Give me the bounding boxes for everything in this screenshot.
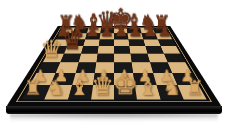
- black-queen-b5[interactable]: ♛: [61, 28, 84, 53]
- white-queen-d1[interactable]: ♛: [91, 73, 114, 99]
- chess-set-photo: ♜♞♝♛♚♝♞♜♟♟♟♟♟♟♟♟♛♛♟♟♟♟♟♟♟♟♜♞♝♛♚♝♞♜: [0, 0, 228, 128]
- square-c4[interactable]: [78, 54, 97, 63]
- square-d7[interactable]: ♟: [99, 33, 114, 39]
- square-b5[interactable]: ♛: [64, 46, 83, 54]
- square-c7[interactable]: ♟: [85, 33, 100, 39]
- square-e6[interactable]: [114, 39, 129, 46]
- square-c1[interactable]: ♝: [68, 85, 93, 100]
- black-pawn-d7[interactable]: ♟: [100, 23, 114, 39]
- white-rook-a1[interactable]: ♜: [24, 79, 42, 99]
- square-d1[interactable]: ♛: [91, 85, 114, 100]
- square-e5[interactable]: [114, 46, 131, 54]
- black-pawn-c7[interactable]: ♟: [85, 23, 99, 39]
- square-d4[interactable]: [96, 54, 114, 63]
- square-f1[interactable]: ♝: [135, 85, 160, 100]
- square-a4[interactable]: ♛: [43, 54, 65, 63]
- white-bishop-f1[interactable]: ♝: [139, 77, 159, 99]
- square-f7[interactable]: ♟: [128, 33, 143, 39]
- square-h6[interactable]: [158, 39, 176, 46]
- square-h7[interactable]: ♟: [155, 33, 172, 39]
- square-e4[interactable]: [114, 54, 132, 63]
- square-h5[interactable]: [160, 46, 180, 54]
- square-d6[interactable]: [99, 39, 114, 46]
- black-pawn-g7[interactable]: ♟: [143, 23, 157, 39]
- square-g1[interactable]: ♞: [156, 85, 183, 100]
- square-c6[interactable]: [83, 39, 99, 46]
- black-pawn-h7[interactable]: ♟: [158, 23, 172, 39]
- board-reflection: [10, 114, 218, 122]
- white-rook-h1[interactable]: ♜: [186, 79, 204, 99]
- white-queen-a4[interactable]: ♛: [40, 37, 63, 62]
- white-knight-g1[interactable]: ♞: [162, 78, 181, 99]
- white-bishop-c1[interactable]: ♝: [70, 77, 90, 99]
- square-e1[interactable]: ♚: [114, 85, 137, 100]
- chess-board: ♜♞♝♛♚♝♞♜♟♟♟♟♟♟♟♟♛♛♟♟♟♟♟♟♟♟♜♞♝♛♚♝♞♜: [17, 28, 210, 102]
- square-h4[interactable]: [164, 54, 186, 63]
- board-front-edge: [6, 106, 222, 114]
- board-frame: ♜♞♝♛♚♝♞♜♟♟♟♟♟♟♟♟♛♛♟♟♟♟♟♟♟♟♜♞♝♛♚♝♞♜: [6, 26, 222, 107]
- square-e7[interactable]: ♟: [114, 33, 129, 39]
- black-pawn-e7[interactable]: ♟: [114, 23, 128, 39]
- square-d5[interactable]: [97, 46, 114, 54]
- white-king-e1[interactable]: ♚: [113, 70, 139, 99]
- black-pawn-f7[interactable]: ♟: [129, 23, 143, 39]
- white-knight-b1[interactable]: ♞: [47, 78, 66, 99]
- square-g7[interactable]: ♟: [141, 33, 157, 39]
